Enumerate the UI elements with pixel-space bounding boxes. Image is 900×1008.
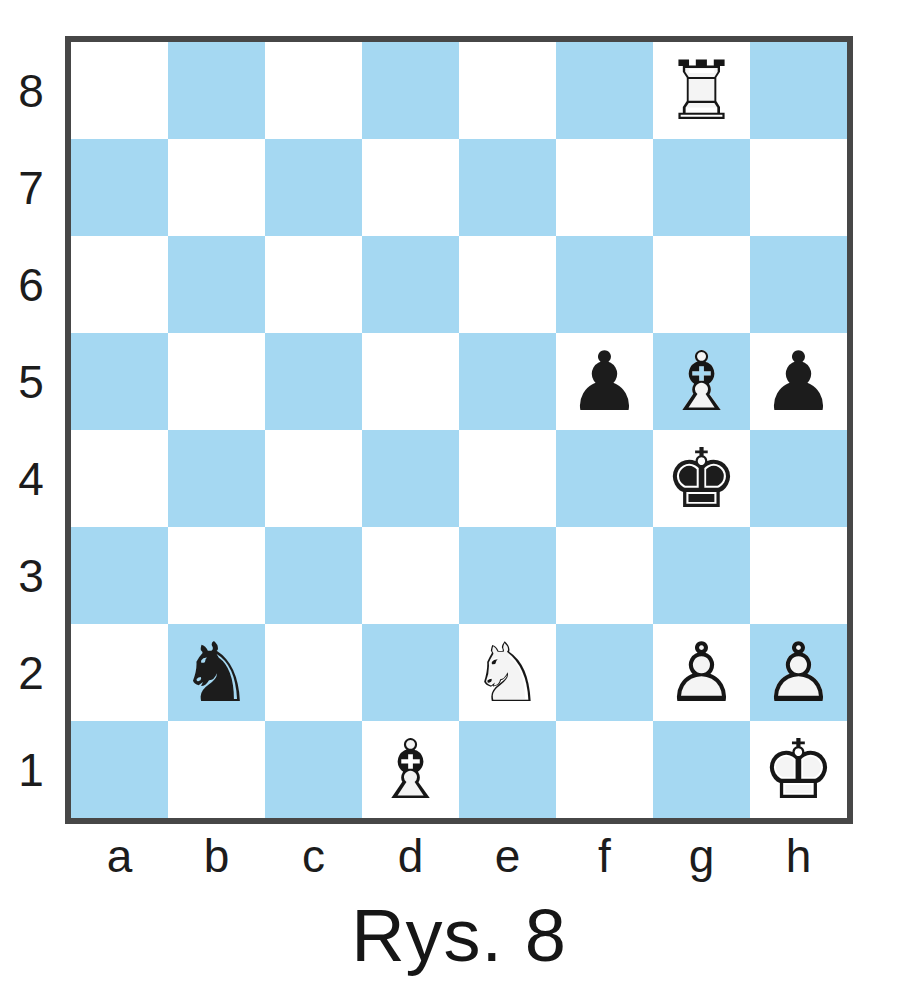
square-b7 <box>168 139 265 236</box>
black-pawn-h5: ♟ <box>750 333 847 430</box>
square-g8: ♜♖ <box>653 42 750 139</box>
square-c1 <box>265 721 362 818</box>
white-pawn-g2: ♟♙ <box>653 624 750 721</box>
square-g5: ♝♗ <box>653 333 750 430</box>
square-e8 <box>459 42 556 139</box>
square-h7 <box>750 139 847 236</box>
square-g6 <box>653 236 750 333</box>
square-b6 <box>168 236 265 333</box>
square-c4 <box>265 430 362 527</box>
square-g1 <box>653 721 750 818</box>
white-pawn-h2: ♟♙ <box>750 624 847 721</box>
file-label-c: c <box>265 826 362 886</box>
white-knight-e2: ♞♘ <box>459 624 556 721</box>
file-label-a: a <box>71 826 168 886</box>
rank-label-7: 7 <box>0 139 62 236</box>
rank-label-1: 1 <box>0 721 62 818</box>
white-bishop-d1: ♝♗ <box>362 721 459 818</box>
file-label-e: e <box>459 826 556 886</box>
white-king-h1: ♚♔ <box>750 721 847 818</box>
file-label-b: b <box>168 826 265 886</box>
square-e3 <box>459 527 556 624</box>
rank-label-2: 2 <box>0 624 62 721</box>
board-frame: ♜♖♟♝♗♟♚♞♞♘♟♙♟♙♝♗♚♔ <box>65 36 853 824</box>
square-c3 <box>265 527 362 624</box>
square-h2: ♟♙ <box>750 624 847 721</box>
square-f6 <box>556 236 653 333</box>
black-pawn-f5: ♟ <box>556 333 653 430</box>
square-f5: ♟ <box>556 333 653 430</box>
black-king-g4: ♚ <box>653 430 750 527</box>
file-label-h: h <box>750 826 847 886</box>
square-b5 <box>168 333 265 430</box>
rank-label-4: 4 <box>0 430 62 527</box>
square-a3 <box>71 527 168 624</box>
square-e5 <box>459 333 556 430</box>
file-labels: abcdefgh <box>71 826 847 886</box>
board: ♜♖♟♝♗♟♚♞♞♘♟♙♟♙♝♗♚♔ <box>71 42 847 818</box>
square-e4 <box>459 430 556 527</box>
square-c8 <box>265 42 362 139</box>
square-d4 <box>362 430 459 527</box>
square-a7 <box>71 139 168 236</box>
square-a2 <box>71 624 168 721</box>
square-h5: ♟ <box>750 333 847 430</box>
square-f3 <box>556 527 653 624</box>
black-knight-b2: ♞ <box>168 624 265 721</box>
square-g4: ♚ <box>653 430 750 527</box>
figure-caption: Rys. 8 <box>65 893 853 978</box>
rank-label-8: 8 <box>0 42 62 139</box>
square-d3 <box>362 527 459 624</box>
square-f2 <box>556 624 653 721</box>
square-e1 <box>459 721 556 818</box>
rank-labels: 87654321 <box>0 42 62 818</box>
square-h1: ♚♔ <box>750 721 847 818</box>
square-e2: ♞♘ <box>459 624 556 721</box>
square-a5 <box>71 333 168 430</box>
square-h8 <box>750 42 847 139</box>
square-c7 <box>265 139 362 236</box>
file-label-d: d <box>362 826 459 886</box>
rank-label-6: 6 <box>0 236 62 333</box>
square-b3 <box>168 527 265 624</box>
square-g2: ♟♙ <box>653 624 750 721</box>
square-b8 <box>168 42 265 139</box>
square-e7 <box>459 139 556 236</box>
square-g3 <box>653 527 750 624</box>
square-f1 <box>556 721 653 818</box>
chess-diagram: 87654321 ♜♖♟♝♗♟♚♞♞♘♟♙♟♙♝♗♚♔ abcdefgh Rys… <box>0 0 900 1008</box>
square-f7 <box>556 139 653 236</box>
square-c6 <box>265 236 362 333</box>
file-label-f: f <box>556 826 653 886</box>
square-f8 <box>556 42 653 139</box>
square-h4 <box>750 430 847 527</box>
square-b4 <box>168 430 265 527</box>
white-bishop-g5: ♝♗ <box>653 333 750 430</box>
square-d8 <box>362 42 459 139</box>
square-d2 <box>362 624 459 721</box>
square-d7 <box>362 139 459 236</box>
square-a1 <box>71 721 168 818</box>
square-d1: ♝♗ <box>362 721 459 818</box>
square-d6 <box>362 236 459 333</box>
square-f4 <box>556 430 653 527</box>
file-label-g: g <box>653 826 750 886</box>
square-h6 <box>750 236 847 333</box>
square-a6 <box>71 236 168 333</box>
square-c2 <box>265 624 362 721</box>
square-c5 <box>265 333 362 430</box>
rank-label-5: 5 <box>0 333 62 430</box>
square-e6 <box>459 236 556 333</box>
rank-label-3: 3 <box>0 527 62 624</box>
square-h3 <box>750 527 847 624</box>
square-b2: ♞ <box>168 624 265 721</box>
square-a8 <box>71 42 168 139</box>
white-rook-g8: ♜♖ <box>653 42 750 139</box>
square-g7 <box>653 139 750 236</box>
square-d5 <box>362 333 459 430</box>
square-b1 <box>168 721 265 818</box>
square-a4 <box>71 430 168 527</box>
